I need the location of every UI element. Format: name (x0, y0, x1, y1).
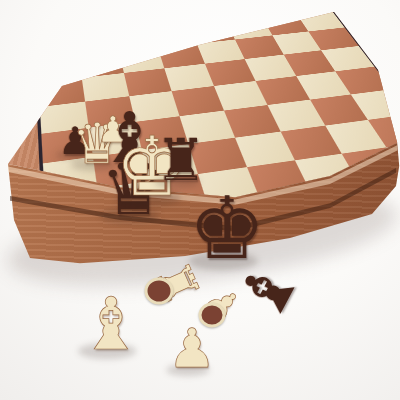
chess-set-photo: ♟♛♟♝♛♚♜♚♝♜♟♝♟ (0, 0, 400, 400)
white-pawn-standing-piece[interactable]: ♟ (168, 322, 216, 376)
white-rook-lying-felt-base (145, 278, 174, 305)
pieces-layer: ♟♛♟♝♛♚♜♚♝♜♟♝♟ (0, 0, 400, 400)
white-bishop-standing-piece[interactable]: ♝ (79, 288, 144, 360)
